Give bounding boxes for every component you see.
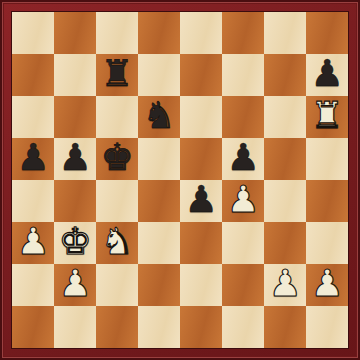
- square-a1[interactable]: [12, 306, 54, 348]
- piece-white-pawn[interactable]: ♟: [58, 263, 91, 305]
- square-d3[interactable]: [138, 222, 180, 264]
- piece-white-pawn[interactable]: ♟: [226, 179, 259, 221]
- square-d7[interactable]: [138, 54, 180, 96]
- square-g1[interactable]: [264, 306, 306, 348]
- square-c2[interactable]: [96, 264, 138, 306]
- square-b2[interactable]: ♟: [54, 264, 96, 306]
- square-e1[interactable]: [180, 306, 222, 348]
- square-g4[interactable]: [264, 180, 306, 222]
- piece-white-king[interactable]: ♚: [58, 221, 91, 263]
- square-b6[interactable]: [54, 96, 96, 138]
- chess-board: ♜♟♞♜♟♟♚♟♟♟♟♚♞♟♟♟: [12, 12, 348, 348]
- square-g8[interactable]: [264, 12, 306, 54]
- square-h8[interactable]: [306, 12, 348, 54]
- square-f2[interactable]: [222, 264, 264, 306]
- piece-black-pawn[interactable]: ♟: [58, 137, 91, 179]
- square-f4[interactable]: ♟: [222, 180, 264, 222]
- square-a6[interactable]: [12, 96, 54, 138]
- square-a3[interactable]: ♟: [12, 222, 54, 264]
- square-d4[interactable]: [138, 180, 180, 222]
- square-d1[interactable]: [138, 306, 180, 348]
- square-f1[interactable]: [222, 306, 264, 348]
- square-c7[interactable]: ♜: [96, 54, 138, 96]
- piece-black-king[interactable]: ♚: [100, 137, 133, 179]
- square-g6[interactable]: [264, 96, 306, 138]
- square-h3[interactable]: [306, 222, 348, 264]
- piece-black-knight[interactable]: ♞: [142, 95, 175, 137]
- board-frame: ♜♟♞♜♟♟♚♟♟♟♟♚♞♟♟♟: [0, 0, 360, 360]
- square-f3[interactable]: [222, 222, 264, 264]
- square-a8[interactable]: [12, 12, 54, 54]
- square-e3[interactable]: [180, 222, 222, 264]
- square-c5[interactable]: ♚: [96, 138, 138, 180]
- piece-black-rook[interactable]: ♜: [100, 53, 133, 95]
- square-c4[interactable]: [96, 180, 138, 222]
- piece-black-pawn[interactable]: ♟: [16, 137, 49, 179]
- square-h5[interactable]: [306, 138, 348, 180]
- square-f8[interactable]: [222, 12, 264, 54]
- square-e7[interactable]: [180, 54, 222, 96]
- piece-white-pawn[interactable]: ♟: [268, 263, 301, 305]
- square-f6[interactable]: [222, 96, 264, 138]
- square-b4[interactable]: [54, 180, 96, 222]
- square-d2[interactable]: [138, 264, 180, 306]
- piece-white-pawn[interactable]: ♟: [16, 221, 49, 263]
- piece-white-knight[interactable]: ♞: [100, 221, 133, 263]
- square-e2[interactable]: [180, 264, 222, 306]
- square-e8[interactable]: [180, 12, 222, 54]
- square-b5[interactable]: ♟: [54, 138, 96, 180]
- piece-white-pawn[interactable]: ♟: [310, 263, 343, 305]
- square-a4[interactable]: [12, 180, 54, 222]
- square-e6[interactable]: [180, 96, 222, 138]
- square-e5[interactable]: [180, 138, 222, 180]
- square-e4[interactable]: ♟: [180, 180, 222, 222]
- square-c3[interactable]: ♞: [96, 222, 138, 264]
- square-d6[interactable]: ♞: [138, 96, 180, 138]
- square-b1[interactable]: [54, 306, 96, 348]
- square-f5[interactable]: ♟: [222, 138, 264, 180]
- square-g5[interactable]: [264, 138, 306, 180]
- piece-white-rook[interactable]: ♜: [310, 95, 343, 137]
- square-g7[interactable]: [264, 54, 306, 96]
- square-b3[interactable]: ♚: [54, 222, 96, 264]
- piece-black-pawn[interactable]: ♟: [226, 137, 259, 179]
- square-b8[interactable]: [54, 12, 96, 54]
- square-c1[interactable]: [96, 306, 138, 348]
- square-h4[interactable]: [306, 180, 348, 222]
- square-b7[interactable]: [54, 54, 96, 96]
- square-d8[interactable]: [138, 12, 180, 54]
- square-c6[interactable]: [96, 96, 138, 138]
- square-a5[interactable]: ♟: [12, 138, 54, 180]
- square-h6[interactable]: ♜: [306, 96, 348, 138]
- square-g3[interactable]: [264, 222, 306, 264]
- square-c8[interactable]: [96, 12, 138, 54]
- square-g2[interactable]: ♟: [264, 264, 306, 306]
- square-d5[interactable]: [138, 138, 180, 180]
- square-f7[interactable]: [222, 54, 264, 96]
- square-h7[interactable]: ♟: [306, 54, 348, 96]
- square-h2[interactable]: ♟: [306, 264, 348, 306]
- piece-black-pawn[interactable]: ♟: [310, 53, 343, 95]
- square-a7[interactable]: [12, 54, 54, 96]
- square-a2[interactable]: [12, 264, 54, 306]
- piece-black-pawn[interactable]: ♟: [184, 179, 217, 221]
- square-h1[interactable]: [306, 306, 348, 348]
